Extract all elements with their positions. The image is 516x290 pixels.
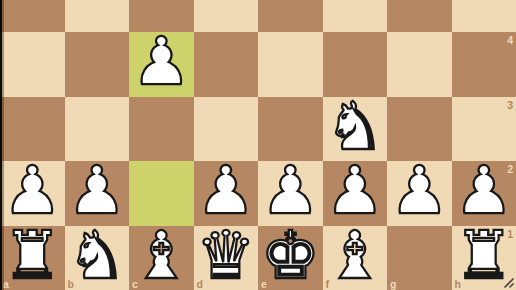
square-f1[interactable]: f♝ — [323, 226, 388, 290]
white-knight-f3[interactable]: ♞ — [325, 94, 384, 160]
white-pawn-h2[interactable]: ♟ — [454, 158, 513, 224]
white-pawn-a2[interactable]: ♟ — [3, 158, 62, 224]
square-g2[interactable]: ♟ — [387, 161, 452, 226]
rank-label-4: 4 — [507, 35, 513, 45]
square-c3[interactable] — [129, 97, 194, 162]
square-e5[interactable] — [258, 0, 323, 32]
white-pawn-b2[interactable]: ♟ — [67, 158, 126, 224]
square-b1[interactable]: b♞ — [65, 226, 130, 290]
white-bishop-c1[interactable]: ♝ — [132, 223, 191, 289]
square-d4[interactable] — [194, 32, 259, 97]
square-a4[interactable] — [0, 32, 65, 97]
chess-board-viewport: ♟4♞3♟♟♟♟♟♟2♟a♜b♞c♝d♛e♚f♝g1h♜ — [0, 0, 516, 290]
square-a5[interactable] — [0, 0, 65, 32]
white-pawn-f2[interactable]: ♟ — [325, 158, 384, 224]
white-bishop-f1[interactable]: ♝ — [325, 223, 384, 289]
white-pawn-e2[interactable]: ♟ — [261, 158, 320, 224]
square-e1[interactable]: e♚ — [258, 226, 323, 290]
square-h4[interactable]: 4 — [452, 32, 516, 97]
board-resize-handle[interactable] — [502, 276, 515, 289]
square-g5[interactable] — [387, 0, 452, 32]
square-g1[interactable]: g — [387, 226, 452, 290]
square-h5[interactable] — [452, 0, 516, 32]
file-label-g: g — [390, 279, 396, 289]
white-pawn-c4[interactable]: ♟ — [132, 29, 191, 95]
square-e4[interactable] — [258, 32, 323, 97]
square-c1[interactable]: c♝ — [129, 226, 194, 290]
white-king-e1[interactable]: ♚ — [261, 223, 320, 289]
square-c4[interactable]: ♟ — [129, 32, 194, 97]
square-b5[interactable] — [65, 0, 130, 32]
white-queen-d1[interactable]: ♛ — [196, 223, 255, 289]
white-rook-a1[interactable]: ♜ — [3, 223, 62, 289]
white-pawn-g2[interactable]: ♟ — [390, 158, 449, 224]
rank-label-3: 3 — [507, 100, 513, 110]
square-f5[interactable] — [323, 0, 388, 32]
white-pawn-d2[interactable]: ♟ — [196, 158, 255, 224]
chess-board: ♟4♞3♟♟♟♟♟♟2♟a♜b♞c♝d♛e♚f♝g1h♜ — [0, 0, 516, 290]
square-g4[interactable] — [387, 32, 452, 97]
square-b4[interactable] — [65, 32, 130, 97]
white-knight-b1[interactable]: ♞ — [67, 223, 126, 289]
square-d1[interactable]: d♛ — [194, 226, 259, 290]
square-d5[interactable] — [194, 0, 259, 32]
square-a1[interactable]: a♜ — [0, 226, 65, 290]
